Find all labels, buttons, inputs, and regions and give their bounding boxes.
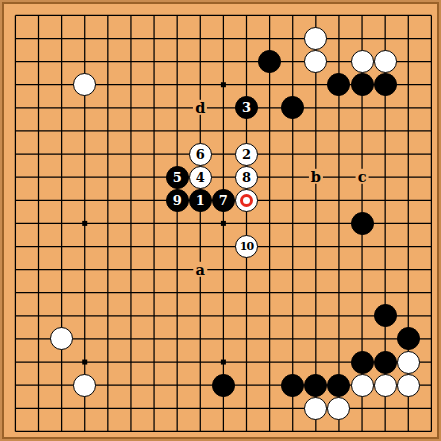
white-stone	[73, 374, 96, 397]
move-number: 9	[173, 194, 182, 207]
go-board: 12345678910dbca	[0, 0, 441, 441]
go-board-diagram: 12345678910dbca	[0, 0, 441, 441]
move-4-stone: 4	[189, 166, 212, 189]
move-1-stone: 1	[189, 189, 212, 212]
star-point	[221, 82, 226, 87]
black-stone	[351, 351, 374, 374]
move-number: 3	[242, 101, 251, 114]
point-label-c: c	[356, 169, 369, 184]
star-point	[82, 221, 87, 226]
move-number: 1	[196, 194, 205, 207]
white-stone	[397, 374, 420, 397]
star-point	[221, 221, 226, 226]
move-number: 6	[196, 148, 205, 161]
point-label-d: d	[193, 100, 207, 115]
point-label-a: a	[194, 261, 207, 276]
move-number: 10	[240, 241, 253, 252]
white-stone	[351, 374, 374, 397]
black-stone	[327, 374, 350, 397]
black-stone	[212, 374, 235, 397]
move-number: 7	[219, 194, 228, 207]
move-2-stone: 2	[235, 143, 258, 166]
move-number: 4	[196, 171, 205, 184]
marked-white-stone	[235, 189, 258, 212]
move-number: 8	[242, 171, 251, 184]
white-stone	[304, 397, 327, 420]
move-9-stone: 9	[166, 189, 189, 212]
star-point	[82, 360, 87, 365]
black-stone	[374, 73, 397, 96]
black-stone	[351, 73, 374, 96]
star-point	[221, 360, 226, 365]
white-stone	[397, 351, 420, 374]
black-stone	[351, 212, 374, 235]
point-label-b: b	[309, 169, 323, 184]
white-stone	[374, 50, 397, 73]
red-circle-marker	[240, 194, 253, 207]
move-10-stone: 10	[235, 235, 258, 258]
white-stone	[374, 374, 397, 397]
black-stone	[281, 374, 304, 397]
black-stone	[374, 304, 397, 327]
move-8-stone: 8	[235, 166, 258, 189]
black-stone	[304, 374, 327, 397]
move-number: 2	[242, 148, 251, 161]
black-stone	[374, 351, 397, 374]
move-7-stone: 7	[212, 189, 235, 212]
move-6-stone: 6	[189, 143, 212, 166]
move-5-stone: 5	[166, 166, 189, 189]
white-stone	[351, 50, 374, 73]
move-number: 5	[173, 171, 182, 184]
